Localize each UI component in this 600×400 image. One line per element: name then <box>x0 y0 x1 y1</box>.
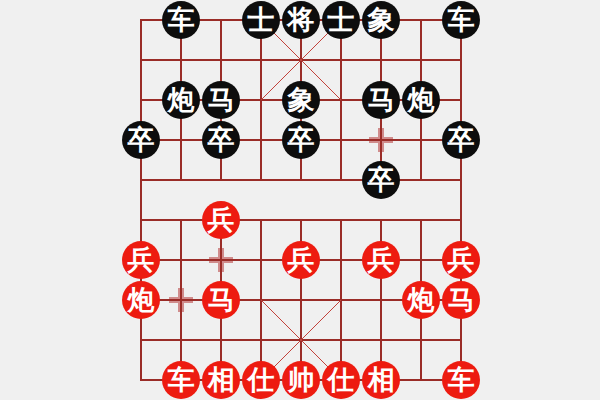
piece-red-advisor[interactable]: 仕 <box>242 361 280 399</box>
piece-black-soldier[interactable]: 卒 <box>362 161 400 199</box>
last-move-from-marker <box>201 240 241 280</box>
piece-black-soldier[interactable]: 卒 <box>282 121 320 159</box>
piece-black-advisor[interactable]: 士 <box>322 1 360 39</box>
piece-red-soldier[interactable]: 兵 <box>442 241 480 279</box>
last-move-from-marker <box>361 120 401 160</box>
piece-black-cannon[interactable]: 炮 <box>402 81 440 119</box>
piece-black-advisor[interactable]: 士 <box>242 1 280 39</box>
xiangqi-board[interactable]: 车士将士象车炮马象马炮卒卒卒卒卒兵兵兵兵兵炮马炮马车相仕帅仕相车 <box>121 0 481 400</box>
piece-red-elephant[interactable]: 相 <box>202 361 240 399</box>
piece-black-cannon[interactable]: 炮 <box>162 81 200 119</box>
piece-red-soldier[interactable]: 兵 <box>362 241 400 279</box>
last-move-from-marker <box>161 280 201 320</box>
piece-black-horse[interactable]: 马 <box>362 81 400 119</box>
piece-black-elephant[interactable]: 象 <box>282 81 320 119</box>
piece-red-soldier[interactable]: 兵 <box>122 241 160 279</box>
piece-black-horse[interactable]: 马 <box>202 81 240 119</box>
piece-red-soldier[interactable]: 兵 <box>202 201 240 239</box>
piece-black-chariot[interactable]: 车 <box>442 1 480 39</box>
piece-black-soldier[interactable]: 卒 <box>442 121 480 159</box>
piece-red-advisor[interactable]: 仕 <box>322 361 360 399</box>
piece-red-general[interactable]: 帅 <box>282 361 320 399</box>
piece-red-horse[interactable]: 马 <box>202 281 240 319</box>
piece-red-cannon[interactable]: 炮 <box>402 281 440 319</box>
piece-black-soldier[interactable]: 卒 <box>122 121 160 159</box>
piece-black-elephant[interactable]: 象 <box>362 1 400 39</box>
piece-red-chariot[interactable]: 车 <box>162 361 200 399</box>
piece-black-chariot[interactable]: 车 <box>162 1 200 39</box>
piece-red-soldier[interactable]: 兵 <box>282 241 320 279</box>
piece-black-general[interactable]: 将 <box>282 1 320 39</box>
xiangqi-app: 车士将士象车炮马象马炮卒卒卒卒卒兵兵兵兵兵炮马炮马车相仕帅仕相车 <box>0 0 600 400</box>
piece-red-chariot[interactable]: 车 <box>442 361 480 399</box>
piece-red-elephant[interactable]: 相 <box>362 361 400 399</box>
piece-black-soldier[interactable]: 卒 <box>202 121 240 159</box>
piece-red-horse[interactable]: 马 <box>442 281 480 319</box>
piece-red-cannon[interactable]: 炮 <box>122 281 160 319</box>
